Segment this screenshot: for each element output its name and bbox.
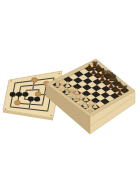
morris-corner-screw — [5, 108, 7, 110]
morris-point-dot — [38, 89, 39, 90]
morris-disc-black — [28, 97, 34, 102]
chess-piece-white-rook: ♜ — [86, 103, 94, 113]
morris-disc-wood — [35, 92, 41, 97]
morris-point-dot — [29, 104, 30, 105]
morris-disc-black — [10, 92, 16, 97]
morris-disc-black — [22, 92, 28, 97]
morris-corner-screw — [50, 115, 52, 117]
morris-point-dot — [26, 90, 27, 91]
morris-disc-black — [16, 92, 22, 97]
morris-point-dot — [32, 89, 33, 90]
morris-point-dot — [33, 85, 34, 86]
morris-corner-screw — [10, 80, 12, 82]
morris-point-dot — [44, 94, 45, 95]
game-set-photo: ♜♞♝♛♚♝♞♜♟♟♟♟♟♟♟♟♟♟♟♟♟♟♟♟♜♞♝♛♚♝♞♜ — [0, 0, 140, 187]
scene-svg: ♜♞♝♛♚♝♞♜♟♟♟♟♟♟♟♟♟♟♟♟♟♟♟♟♜♞♝♛♚♝♞♜ — [0, 0, 140, 187]
morris-point-dot — [24, 99, 25, 100]
morris-corner-screw — [58, 73, 60, 75]
morris-point-dot — [28, 108, 29, 109]
morris-point-dot — [14, 82, 15, 83]
morris-disc-black — [34, 97, 40, 102]
morris-disc-wood — [14, 100, 20, 105]
morris-point-dot — [10, 106, 11, 107]
morris-point-dot — [42, 104, 43, 105]
morris-disc-wood — [32, 78, 38, 83]
chess-piece-black-pawn: ♟ — [116, 88, 123, 97]
morris-point-dot — [47, 110, 48, 111]
morris-point-dot — [20, 86, 21, 87]
